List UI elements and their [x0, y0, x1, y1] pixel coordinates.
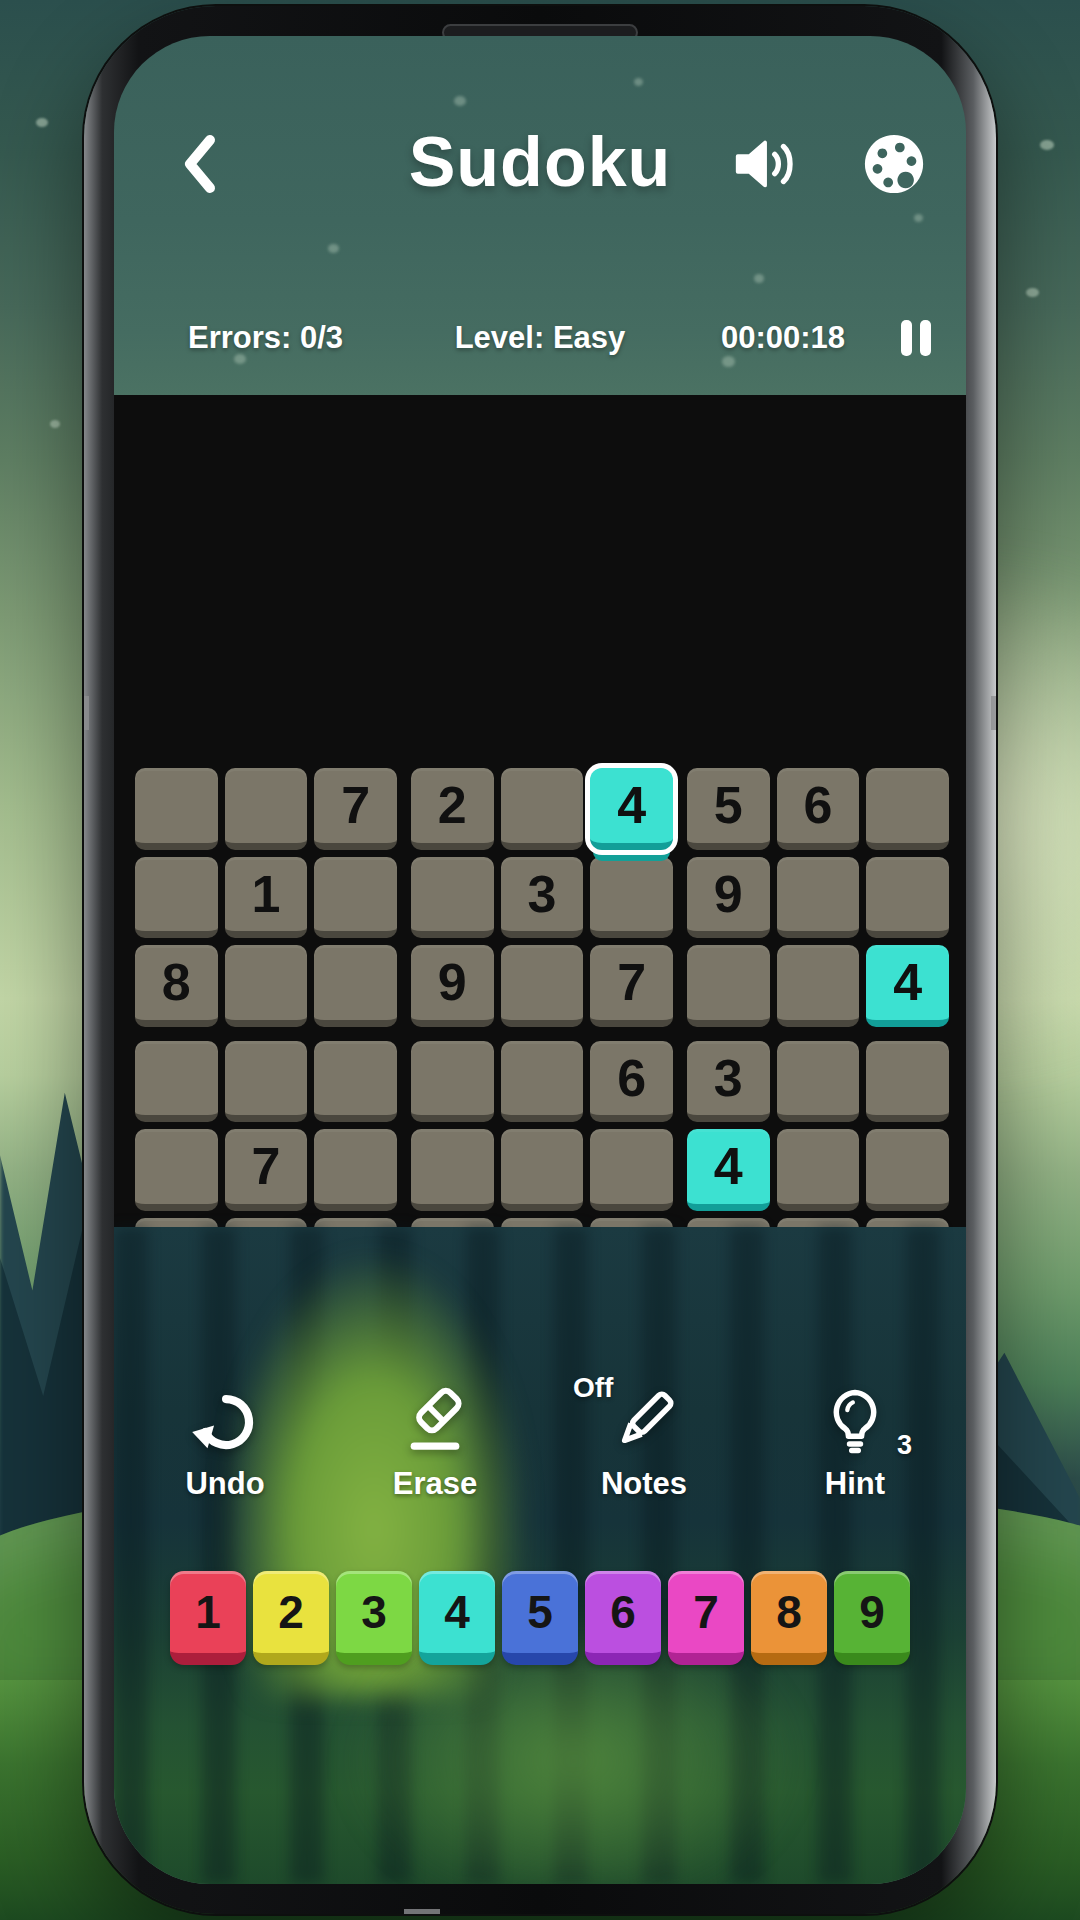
numpad-1[interactable]: 1 [170, 1571, 246, 1665]
cell-r3c5[interactable] [501, 945, 584, 1027]
pause-button[interactable] [892, 316, 940, 360]
cell-r5c3[interactable] [314, 1129, 397, 1211]
cell-r1c3[interactable]: 7 [314, 768, 397, 850]
timer: 00:00:18 [708, 320, 858, 356]
background-star [50, 420, 60, 428]
cell-r5c9[interactable] [866, 1129, 949, 1211]
cell-r3c7[interactable] [687, 945, 770, 1027]
status-bar: Errors: 0/3 Level: Easy 00:00:18 [114, 314, 966, 360]
sky-particle [754, 274, 764, 283]
cell-r2c4[interactable] [411, 857, 494, 939]
cell-r5c5[interactable] [501, 1129, 584, 1211]
cell-r1c2[interactable] [225, 768, 308, 850]
eraser-icon [400, 1386, 470, 1456]
numpad-7[interactable]: 7 [668, 1571, 744, 1665]
cell-r4c2[interactable] [225, 1041, 308, 1123]
cell-r2c3[interactable] [314, 857, 397, 939]
phone-antenna-line [404, 1909, 440, 1914]
cell-r1c8[interactable]: 6 [777, 768, 860, 850]
cell-r5c2[interactable]: 7 [225, 1129, 308, 1211]
sky-particle [454, 96, 466, 106]
cell-r1c1[interactable] [135, 768, 218, 850]
cell-r2c8[interactable] [777, 857, 860, 939]
numpad-4[interactable]: 4 [419, 1571, 495, 1665]
numpad-3[interactable]: 3 [336, 1571, 412, 1665]
cell-r2c6[interactable] [590, 857, 673, 939]
speaker-on-icon [730, 134, 800, 197]
cell-r2c1[interactable] [135, 857, 218, 939]
cell-r3c4[interactable]: 9 [411, 945, 494, 1027]
cell-r1c7[interactable]: 5 [687, 768, 770, 850]
hint-count-badge: 3 [897, 1430, 912, 1461]
phone-antenna-line [84, 696, 89, 730]
page-title: Sudoku [114, 122, 966, 202]
cell-r1c9[interactable] [866, 768, 949, 850]
toolbar: Undo Erase Off [114, 1368, 966, 1518]
hint-label: Hint [825, 1466, 885, 1502]
cell-r4c6[interactable]: 6 [590, 1041, 673, 1123]
sky-particle [914, 214, 923, 222]
phone-antenna-line [991, 696, 996, 730]
undo-button[interactable]: Undo [140, 1368, 310, 1518]
forest-panel [114, 1227, 966, 1884]
phone-frame: Sudoku Errors: 0/ [84, 6, 996, 1914]
cell-r3c6[interactable]: 7 [590, 945, 673, 1027]
cell-r3c2[interactable] [225, 945, 308, 1027]
cell-r5c6[interactable] [590, 1129, 673, 1211]
grid-panel: 72456139897463748559246933475 [114, 395, 966, 1227]
cell-r5c7[interactable]: 4 [687, 1129, 770, 1211]
erase-label: Erase [393, 1466, 477, 1502]
notes-label: Notes [601, 1466, 687, 1502]
hint-button[interactable]: 3 Hint [770, 1368, 940, 1518]
background-star [1026, 288, 1039, 297]
cell-r3c1[interactable]: 8 [135, 945, 218, 1027]
cell-r2c2[interactable]: 1 [225, 857, 308, 939]
numpad-9[interactable]: 9 [834, 1571, 910, 1665]
cell-r5c4[interactable] [411, 1129, 494, 1211]
numpad: 123456789 [170, 1571, 910, 1665]
cell-r4c8[interactable] [777, 1041, 860, 1123]
cell-r4c4[interactable] [411, 1041, 494, 1123]
cell-r2c5[interactable]: 3 [501, 857, 584, 939]
cell-r5c1[interactable] [135, 1129, 218, 1211]
cell-r2c7[interactable]: 9 [687, 857, 770, 939]
cell-r3c9[interactable]: 4 [866, 945, 949, 1027]
app-screen: Sudoku Errors: 0/ [114, 36, 966, 1884]
background-star [36, 118, 48, 127]
cell-r2c9[interactable] [866, 857, 949, 939]
numpad-6[interactable]: 6 [585, 1571, 661, 1665]
cell-r4c1[interactable] [135, 1041, 218, 1123]
pause-icon [894, 348, 938, 363]
undo-arrow-icon [190, 1386, 260, 1456]
theme-button[interactable] [858, 132, 930, 198]
cell-r1c4[interactable]: 2 [411, 768, 494, 850]
cell-r3c3[interactable] [314, 945, 397, 1027]
numpad-2[interactable]: 2 [253, 1571, 329, 1665]
cell-r4c5[interactable] [501, 1041, 584, 1123]
cell-r4c7[interactable]: 3 [687, 1041, 770, 1123]
numpad-8[interactable]: 8 [751, 1571, 827, 1665]
cell-r3c8[interactable] [777, 945, 860, 1027]
cell-r1c5[interactable] [501, 768, 584, 850]
lightbulb-icon [820, 1386, 890, 1456]
background-star [1040, 140, 1054, 150]
cell-r1c6[interactable]: 4 [590, 768, 673, 850]
stage: Sudoku Errors: 0/ [0, 0, 1080, 1920]
palette-icon [861, 131, 927, 200]
pencil-icon [609, 1386, 679, 1456]
sky-particle [328, 244, 339, 253]
numpad-5[interactable]: 5 [502, 1571, 578, 1665]
cell-r4c3[interactable] [314, 1041, 397, 1123]
cell-r5c8[interactable] [777, 1129, 860, 1211]
notes-state-badge: Off [573, 1372, 613, 1404]
sound-button[interactable] [729, 132, 801, 198]
erase-button[interactable]: Erase [350, 1368, 520, 1518]
undo-label: Undo [185, 1466, 264, 1502]
sky-particle [634, 78, 643, 86]
notes-button[interactable]: Off Notes [559, 1368, 729, 1518]
cell-r4c9[interactable] [866, 1041, 949, 1123]
